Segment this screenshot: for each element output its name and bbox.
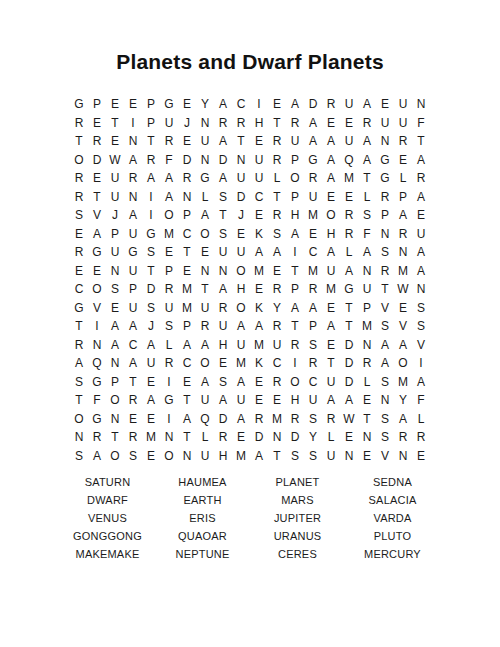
grid-cell: O <box>164 209 173 221</box>
word-list-item: SATURN <box>85 476 131 488</box>
grid-cell: T <box>75 320 82 332</box>
word-search-page: Planets and Dwarf Planets GPEEPGEYACIEAD… <box>0 0 500 647</box>
grid-cell: E <box>273 394 281 406</box>
grid-cell: E <box>273 98 281 110</box>
grid-cell: T <box>363 413 370 425</box>
grid-cell: A <box>291 302 299 314</box>
grid-cell: A <box>309 135 317 147</box>
grid-cell: O <box>74 154 83 166</box>
grid-cell: P <box>129 283 137 295</box>
word-list-item: QUAOAR <box>178 530 227 542</box>
grid-cell: J <box>238 209 244 221</box>
grid-cell: E <box>255 209 263 221</box>
grid-cell: T <box>201 283 208 295</box>
grid-cell: A <box>363 98 371 110</box>
grid-cell: A <box>291 228 299 240</box>
grid-cell: U <box>147 357 156 369</box>
grid-cell: A <box>327 320 335 332</box>
grid-cell: K <box>255 357 263 369</box>
grid-cell: A <box>237 376 245 388</box>
grid-cell: T <box>345 302 352 314</box>
grid-cell: E <box>327 339 335 351</box>
grid-cell: E <box>381 98 389 110</box>
grid-cell: A <box>327 154 335 166</box>
grid-cell: A <box>129 357 137 369</box>
grid-cell: K <box>255 302 263 314</box>
grid-cell: N <box>273 431 282 443</box>
grid-cell: E <box>147 376 155 388</box>
word-list-item: ERIS <box>189 512 215 524</box>
grid-cell: A <box>291 98 299 110</box>
grid-cell: I <box>167 413 170 425</box>
grid-cell: A <box>219 98 227 110</box>
grid-cell: U <box>255 172 264 184</box>
grid-cell: S <box>381 413 389 425</box>
grid-cell: N <box>417 98 426 110</box>
grid-cell: T <box>345 320 352 332</box>
grid-cell: L <box>328 431 335 443</box>
grid-cell: O <box>200 357 209 369</box>
grid-cell: A <box>183 339 191 351</box>
grid-cell: P <box>165 265 173 277</box>
grid-cell: H <box>237 283 246 295</box>
grid-cell: U <box>327 450 336 462</box>
grid-cell: C <box>129 339 138 351</box>
grid-cell: A <box>93 228 101 240</box>
grid-cell: E <box>255 394 263 406</box>
grid-cell: U <box>417 228 426 240</box>
grid-cell: V <box>399 320 407 332</box>
grid-cell: S <box>381 431 389 443</box>
grid-cell: U <box>237 339 246 351</box>
grid-cell: E <box>363 450 371 462</box>
grid-cell: N <box>111 357 120 369</box>
grid-cell: E <box>273 265 281 277</box>
grid-cell: S <box>273 228 281 240</box>
grid-cell: L <box>364 191 371 203</box>
grid-cell: R <box>255 413 264 425</box>
grid-cell: U <box>165 302 174 314</box>
grid-cell: U <box>327 265 336 277</box>
grid-cell: O <box>290 376 299 388</box>
grid-cell: G <box>200 172 209 184</box>
grid-cell: U <box>129 265 138 277</box>
grid-cell: A <box>417 246 425 258</box>
grid-cell: C <box>183 228 192 240</box>
word-list-item: SALACIA <box>369 494 417 506</box>
grid-cell: E <box>183 98 191 110</box>
grid-cell: U <box>381 117 390 129</box>
grid-cell: R <box>363 357 372 369</box>
grid-cell: Y <box>201 98 209 110</box>
grid-cell: E <box>93 265 101 277</box>
grid-cell: W <box>343 413 354 425</box>
grid-cell: A <box>363 135 371 147</box>
grid-cell: G <box>74 98 83 110</box>
grid-cell: G <box>92 246 101 258</box>
grid-cell: R <box>201 320 210 332</box>
grid-cell: J <box>148 320 154 332</box>
grid-cell: D <box>255 431 264 443</box>
grid-cell: L <box>202 431 209 443</box>
grid-cell: M <box>164 228 174 240</box>
grid-cell: R <box>327 413 336 425</box>
grid-cell: M <box>146 431 156 443</box>
grid-cell: S <box>219 191 227 203</box>
grid-cell: L <box>400 172 407 184</box>
grid-cell: R <box>273 209 282 221</box>
grid-cell: G <box>164 98 173 110</box>
grid-cell: H <box>291 209 300 221</box>
grid-cell: D <box>219 413 228 425</box>
grid-cell: A <box>273 246 281 258</box>
grid-cell: A <box>255 450 263 462</box>
grid-cell: T <box>273 191 280 203</box>
grid-cell: G <box>380 172 389 184</box>
grid-cell: O <box>164 450 173 462</box>
grid-cell: S <box>75 209 83 221</box>
grid-cell: M <box>236 357 246 369</box>
grid-cell: I <box>419 357 422 369</box>
grid-cell: T <box>147 265 154 277</box>
grid-cell: A <box>309 302 317 314</box>
grid-cell: U <box>291 135 300 147</box>
grid-cell: P <box>291 191 299 203</box>
grid-cell: I <box>149 191 152 203</box>
grid-cell: S <box>309 413 317 425</box>
word-list-item: GONGGONG <box>73 530 142 542</box>
grid-cell: M <box>254 339 264 351</box>
grid-cell: N <box>111 413 120 425</box>
grid-cell: J <box>112 209 118 221</box>
grid-cell: R <box>309 172 318 184</box>
grid-cell: A <box>129 154 137 166</box>
grid-cell: I <box>293 246 296 258</box>
grid-cell: U <box>309 191 318 203</box>
grid-cell: T <box>327 357 334 369</box>
grid-cell: M <box>398 265 408 277</box>
grid-cell: U <box>201 394 210 406</box>
grid-cell: F <box>93 394 100 406</box>
grid-cell: V <box>93 209 101 221</box>
grid-cell: T <box>129 376 136 388</box>
grid-cell: A <box>147 394 155 406</box>
grid-cell: S <box>129 450 137 462</box>
grid-cell: A <box>417 376 425 388</box>
grid-cell: A <box>93 450 101 462</box>
grid-cell: A <box>345 265 353 277</box>
grid-cell: A <box>399 209 407 221</box>
grid-cell: E <box>93 117 101 129</box>
grid-cell: R <box>237 117 246 129</box>
grid-cell: R <box>129 394 138 406</box>
grid-cell: R <box>327 98 336 110</box>
grid-cell: A <box>129 209 137 221</box>
grid-cell: E <box>399 154 407 166</box>
grid-cell: N <box>399 246 408 258</box>
grid-cell: T <box>363 172 370 184</box>
grid-cell: S <box>381 246 389 258</box>
grid-cell: E <box>255 135 263 147</box>
grid-cell: N <box>93 339 102 351</box>
grid-cell: R <box>147 154 156 166</box>
grid-cell: R <box>129 431 138 443</box>
grid-cell: F <box>165 154 172 166</box>
grid-cell: D <box>219 154 228 166</box>
grid-cell: A <box>129 320 137 332</box>
grid-cell: P <box>291 283 299 295</box>
grid-cell: G <box>92 376 101 388</box>
word-list-item: PLUTO <box>374 530 411 542</box>
grid-cell: N <box>363 265 372 277</box>
letter-grid: GPEEPGEYACIEADRUAEUNRETIPUJNRRHTRAEERUUF… <box>70 95 430 465</box>
grid-cell: R <box>309 283 318 295</box>
grid-cell: S <box>417 302 425 314</box>
grid-cell: E <box>129 98 137 110</box>
grid-cell: R <box>75 172 84 184</box>
grid-cell: R <box>75 339 84 351</box>
grid-cell: L <box>364 376 371 388</box>
grid-cell: U <box>399 117 408 129</box>
grid-cell: Y <box>273 302 281 314</box>
grid-cell: R <box>93 135 102 147</box>
grid-cell: L <box>166 339 173 351</box>
grid-cell: R <box>381 265 390 277</box>
word-list-item: EARTH <box>183 494 221 506</box>
grid-cell: A <box>381 339 389 351</box>
grid-cell: S <box>165 320 173 332</box>
grid-cell: N <box>201 265 210 277</box>
grid-cell: T <box>111 431 118 443</box>
grid-cell: R <box>273 320 282 332</box>
grid-cell: A <box>219 135 227 147</box>
grid-cell: R <box>273 135 282 147</box>
grid-cell: A <box>327 135 335 147</box>
grid-cell: T <box>417 135 424 147</box>
grid-cell: A <box>147 172 155 184</box>
grid-cell: R <box>417 431 426 443</box>
grid-cell: U <box>219 246 228 258</box>
grid-cell: H <box>327 228 336 240</box>
grid-cell: C <box>309 376 318 388</box>
grid-cell: R <box>399 431 408 443</box>
grid-cell: R <box>399 228 408 240</box>
grid-cell: A <box>111 320 119 332</box>
grid-cell: A <box>345 394 353 406</box>
grid-cell: S <box>75 376 83 388</box>
grid-cell: P <box>183 320 191 332</box>
grid-cell: U <box>363 283 372 295</box>
grid-cell: A <box>417 191 425 203</box>
grid-cell: R <box>345 228 354 240</box>
grid-cell: A <box>201 209 209 221</box>
grid-cell: O <box>200 228 209 240</box>
grid-cell: P <box>93 98 101 110</box>
grid-cell: A <box>381 357 389 369</box>
grid-cell: H <box>255 117 264 129</box>
grid-cell: R <box>273 154 282 166</box>
grid-cell: R <box>291 339 300 351</box>
grid-cell: F <box>363 228 370 240</box>
grid-cell: V <box>381 302 389 314</box>
grid-cell: E <box>183 135 191 147</box>
grid-cell: E <box>111 98 119 110</box>
grid-cell: R <box>381 191 390 203</box>
grid-cell: T <box>291 265 298 277</box>
grid-cell: S <box>417 320 425 332</box>
grid-cell: M <box>254 265 264 277</box>
grid-cell: A <box>363 154 371 166</box>
grid-cell: U <box>309 394 318 406</box>
grid-cell: H <box>219 339 228 351</box>
grid-cell: P <box>381 209 389 221</box>
grid-cell: R <box>219 302 228 314</box>
grid-cell: A <box>147 339 155 351</box>
grid-cell: E <box>147 413 155 425</box>
grid-cell: R <box>399 135 408 147</box>
grid-cell: T <box>93 191 100 203</box>
grid-cell: T <box>183 246 190 258</box>
grid-cell: S <box>309 339 317 351</box>
grid-cell: U <box>327 376 336 388</box>
grid-cell: U <box>165 117 174 129</box>
grid-cell: M <box>398 376 408 388</box>
grid-cell: E <box>399 302 407 314</box>
grid-cell: D <box>291 431 300 443</box>
grid-cell: R <box>75 246 84 258</box>
grid-cell: E <box>111 302 119 314</box>
grid-cell: D <box>345 357 354 369</box>
grid-cell: Q <box>344 154 353 166</box>
grid-cell: C <box>237 98 246 110</box>
grid-cell: E <box>345 117 353 129</box>
grid-cell: I <box>167 376 170 388</box>
grid-cell: M <box>308 265 318 277</box>
grid-cell: W <box>109 154 120 166</box>
grid-cell: N <box>183 450 192 462</box>
grid-cell: U <box>255 154 264 166</box>
grid-cell: D <box>309 98 318 110</box>
grid-cell: P <box>147 117 155 129</box>
grid-cell: L <box>202 191 209 203</box>
word-list-item: URANUS <box>274 530 322 542</box>
grid-cell: C <box>183 357 192 369</box>
grid-cell: G <box>74 302 83 314</box>
grid-cell: E <box>129 413 137 425</box>
grid-cell: R <box>75 117 84 129</box>
grid-cell: U <box>237 172 246 184</box>
grid-cell: I <box>95 320 98 332</box>
grid-cell: N <box>237 154 246 166</box>
grid-cell: T <box>183 394 190 406</box>
grid-cell: S <box>147 302 155 314</box>
grid-cell: T <box>111 117 118 129</box>
word-list-item: VENUS <box>88 512 127 524</box>
grid-cell: Y <box>399 394 407 406</box>
grid-cell: G <box>344 283 353 295</box>
grid-cell: E <box>327 191 335 203</box>
word-list-item: MAKEMAKE <box>76 548 140 560</box>
grid-cell: S <box>147 246 155 258</box>
grid-cell: M <box>182 302 192 314</box>
grid-cell: F <box>417 394 424 406</box>
grid-cell: N <box>399 450 408 462</box>
grid-cell: S <box>309 450 317 462</box>
word-list-item: SEDNA <box>373 476 412 488</box>
grid-cell: U <box>237 246 246 258</box>
grid-cell: U <box>111 246 120 258</box>
grid-cell: O <box>326 209 335 221</box>
grid-cell: A <box>219 283 227 295</box>
grid-cell: D <box>93 154 102 166</box>
grid-cell: G <box>92 413 101 425</box>
grid-cell: R <box>363 117 372 129</box>
grid-cell: A <box>417 154 425 166</box>
grid-cell: E <box>75 228 83 240</box>
grid-cell: M <box>272 413 282 425</box>
grid-cell: A <box>255 246 263 258</box>
word-list-item: HAUMEA <box>178 476 226 488</box>
grid-cell: U <box>345 135 354 147</box>
grid-cell: O <box>74 413 83 425</box>
word-list-item: NEPTUNE <box>176 548 230 560</box>
grid-cell: U <box>219 320 228 332</box>
grid-cell: U <box>129 302 138 314</box>
grid-cell: U <box>399 98 408 110</box>
grid-cell: S <box>381 376 389 388</box>
grid-cell: I <box>149 209 152 221</box>
grid-cell: M <box>362 320 372 332</box>
grid-cell: A <box>237 320 245 332</box>
grid-cell: S <box>219 376 227 388</box>
grid-cell: A <box>201 376 209 388</box>
grid-cell: E <box>345 191 353 203</box>
grid-cell: R <box>291 413 300 425</box>
grid-cell: A <box>327 246 335 258</box>
grid-cell: N <box>417 283 426 295</box>
grid-cell: I <box>293 357 296 369</box>
grid-cell: V <box>93 302 101 314</box>
grid-cell: I <box>257 98 260 110</box>
grid-cell: K <box>255 228 263 240</box>
grid-cell: N <box>201 154 210 166</box>
grid-cell: M <box>344 172 354 184</box>
grid-cell: O <box>92 283 101 295</box>
grid-cell: A <box>399 339 407 351</box>
grid-cell: N <box>363 431 372 443</box>
grid-cell: E <box>237 431 245 443</box>
grid-cell: O <box>290 172 299 184</box>
grid-cell: O <box>110 450 119 462</box>
grid-cell: A <box>165 191 173 203</box>
grid-cell: D <box>147 283 156 295</box>
grid-cell: G <box>380 154 389 166</box>
grid-cell: A <box>237 413 245 425</box>
word-list: SATURNHAUMEAPLANETSEDNADWARFEARTHMARSSAL… <box>60 473 440 563</box>
grid-cell: A <box>219 394 227 406</box>
grid-cell: R <box>273 376 282 388</box>
grid-cell: R <box>417 172 426 184</box>
word-list-item: MARS <box>281 494 314 506</box>
grid-cell: S <box>75 450 83 462</box>
grid-cell: A <box>165 172 173 184</box>
grid-cell: U <box>273 339 282 351</box>
grid-cell: P <box>147 98 155 110</box>
grid-cell: E <box>327 117 335 129</box>
grid-cell: T <box>219 209 226 221</box>
grid-cell: R <box>309 357 318 369</box>
word-list-item: DWARF <box>87 494 128 506</box>
